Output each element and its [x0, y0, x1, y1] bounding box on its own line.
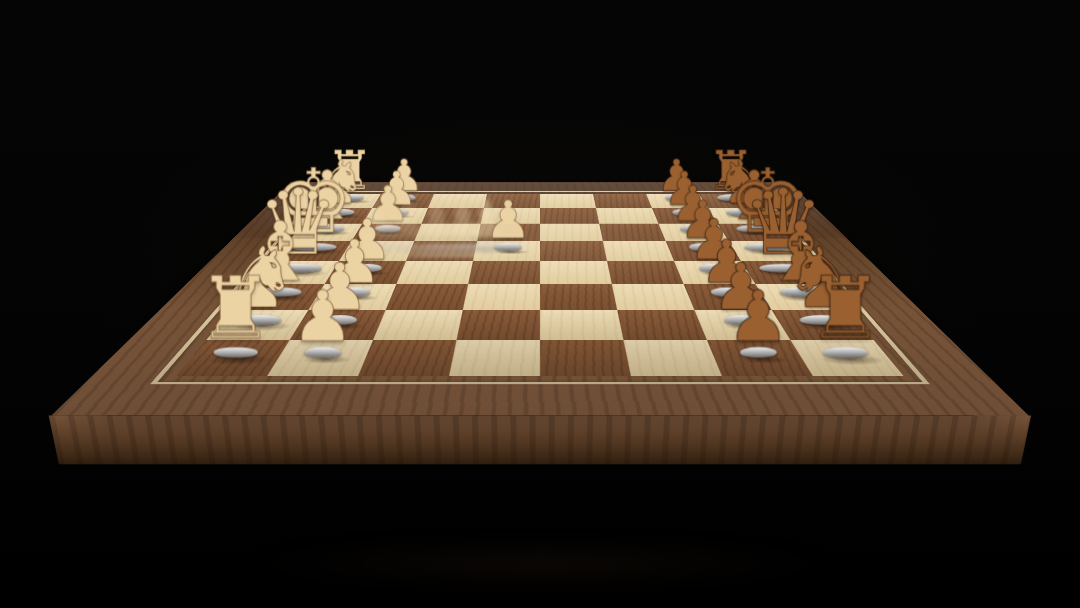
photo-scene: ♟♟♟♟♟ ♜♞♝♛♚♝♞♜♟♟♟♟♟♟♟♟♜♞♝♛♚♝♞♜♟♟♟♟♟♟♟♟ [0, 0, 1080, 608]
board-edge-front [49, 415, 1032, 464]
table-reflection [240, 540, 840, 586]
camera-stage: ♟♟♟♟♟ ♜♞♝♛♚♝♞♜♟♟♟♟♟♟♟♟♜♞♝♛♚♝♞♜♟♟♟♟♟♟♟♟ [0, 0, 1080, 608]
chess-board[interactable]: ♟♟♟♟♟ ♜♞♝♛♚♝♞♜♟♟♟♟♟♟♟♟♜♞♝♛♚♝♞♜♟♟♟♟♟♟♟♟ [52, 182, 1029, 415]
pieces-layer: ♜♞♝♛♚♝♞♜♟♟♟♟♟♟♟♟♜♞♝♛♚♝♞♜♟♟♟♟♟♟♟♟ [52, 182, 1029, 415]
